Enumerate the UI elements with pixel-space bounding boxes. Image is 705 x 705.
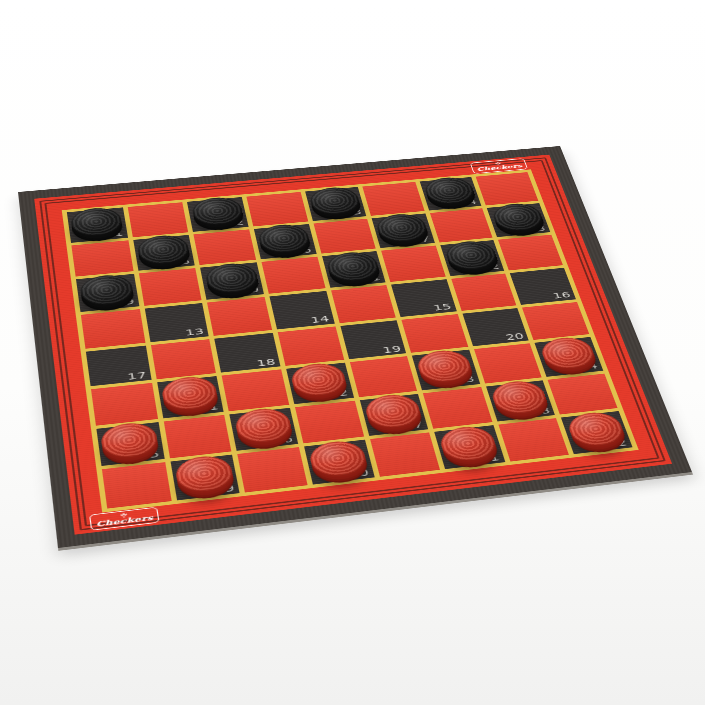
- light-square-r6c3[interactable]: [222, 369, 289, 411]
- square-number: 13: [185, 327, 205, 337]
- light-square-r3c8[interactable]: [498, 235, 563, 271]
- square-30[interactable]: 30: [304, 440, 374, 485]
- light-square-r4c1[interactable]: [81, 309, 145, 348]
- board-grid: 1234567891011121314151617181920212223242…: [62, 169, 639, 512]
- light-square-r3c2[interactable]: [139, 268, 202, 306]
- square-number: 7: [420, 235, 431, 243]
- light-square-r8c5[interactable]: [370, 433, 440, 477]
- square-12[interactable]: 12: [440, 240, 504, 276]
- light-square-r2c5[interactable]: [313, 219, 376, 254]
- light-square-r7c8[interactable]: [548, 373, 618, 414]
- square-5[interactable]: 5: [133, 235, 195, 271]
- light-square-r3c4[interactable]: [261, 257, 325, 294]
- square-number: 9: [124, 297, 134, 306]
- light-square-r7c6[interactable]: [423, 387, 492, 429]
- square-14[interactable]: 14: [269, 291, 334, 329]
- light-square-r5c4[interactable]: [278, 326, 344, 366]
- square-22[interactable]: 22: [286, 363, 353, 404]
- scene: 1234567891011121314151617181920212223242…: [0, 0, 705, 705]
- square-2[interactable]: 2: [187, 197, 248, 232]
- brand-logo-bottom-left: Checkers: [89, 507, 160, 531]
- square-6[interactable]: 6: [254, 224, 317, 260]
- light-square-r5c2[interactable]: [151, 339, 217, 380]
- square-7[interactable]: 7: [372, 213, 435, 248]
- light-square-r2c3[interactable]: [194, 229, 256, 265]
- light-square-r2c7[interactable]: [430, 208, 493, 243]
- light-square-r4c7[interactable]: [451, 273, 517, 310]
- square-3[interactable]: 3: [305, 187, 367, 221]
- square-29[interactable]: 29: [170, 455, 240, 501]
- light-square-r8c7[interactable]: [498, 418, 569, 461]
- square-1[interactable]: 1: [67, 207, 128, 242]
- square-23[interactable]: 23: [412, 350, 480, 390]
- square-number: 2: [234, 219, 244, 227]
- square-24[interactable]: 24: [535, 337, 603, 377]
- square-number: 16: [552, 290, 572, 300]
- square-27[interactable]: 27: [359, 394, 428, 436]
- square-number: 3: [352, 208, 363, 216]
- light-square-r6c7[interactable]: [474, 343, 542, 383]
- square-18[interactable]: 18: [214, 332, 280, 372]
- light-square-r7c4[interactable]: [295, 401, 364, 444]
- square-10[interactable]: 10: [200, 262, 263, 299]
- square-26[interactable]: 26: [230, 408, 299, 451]
- light-square-r6c1[interactable]: [91, 383, 158, 426]
- square-15[interactable]: 15: [391, 279, 456, 317]
- square-17[interactable]: 17: [86, 345, 151, 386]
- light-square-r4c3[interactable]: [207, 297, 272, 336]
- light-square-r7c2[interactable]: [163, 415, 231, 459]
- square-number: 18: [256, 357, 276, 367]
- square-8[interactable]: 8: [487, 203, 550, 237]
- square-number: 6: [302, 246, 313, 254]
- light-square-r4c5[interactable]: [331, 285, 396, 323]
- light-square-r5c8[interactable]: [522, 302, 589, 340]
- square-19[interactable]: 19: [340, 320, 406, 359]
- square-number: 17: [127, 371, 147, 382]
- square-number: 1: [114, 229, 124, 237]
- square-number: 15: [432, 302, 452, 312]
- square-number: 8: [535, 224, 546, 232]
- light-square-r1c2[interactable]: [127, 202, 188, 237]
- light-square-r1c4[interactable]: [246, 192, 307, 226]
- square-number: 5: [181, 257, 191, 266]
- square-20[interactable]: 20: [462, 308, 529, 347]
- light-square-r5c6[interactable]: [401, 314, 468, 353]
- square-16[interactable]: 16: [510, 268, 576, 305]
- square-4[interactable]: 4: [420, 177, 482, 210]
- square-number: 14: [310, 315, 330, 325]
- square-number: 20: [504, 332, 524, 342]
- light-square-r8c3[interactable]: [238, 447, 308, 492]
- light-square-r3c6[interactable]: [381, 246, 445, 282]
- light-square-r2c1[interactable]: [71, 240, 133, 277]
- square-31[interactable]: 31: [434, 425, 505, 469]
- square-number: 19: [382, 344, 402, 354]
- brand-logo-label: Checkers: [96, 514, 154, 527]
- checkers-board: 1234567891011121314151617181920212223242…: [18, 146, 692, 548]
- square-28[interactable]: 28: [486, 380, 556, 422]
- square-32[interactable]: 32: [561, 411, 632, 454]
- light-square-r6c5[interactable]: [349, 356, 417, 397]
- board-margin: 1234567891011121314151617181920212223242…: [34, 155, 672, 535]
- square-11[interactable]: 11: [322, 251, 386, 288]
- square-25[interactable]: 25: [96, 422, 164, 466]
- light-square-r1c6[interactable]: [362, 182, 424, 216]
- light-square-r8c1[interactable]: [102, 462, 171, 508]
- square-13[interactable]: 13: [144, 303, 208, 342]
- square-21[interactable]: 21: [157, 376, 224, 418]
- square-9[interactable]: 9: [76, 274, 139, 312]
- square-number: 4: [467, 198, 478, 206]
- light-square-r1c8[interactable]: [476, 172, 538, 205]
